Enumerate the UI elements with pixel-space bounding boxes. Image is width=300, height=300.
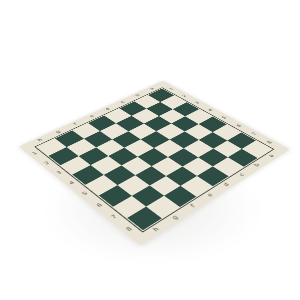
- product-photo: { "game": "chess", "scene": "Product pho…: [0, 0, 300, 300]
- photo-stage: hgfedcba hgfedcba 12345678 12345678: [0, 0, 300, 300]
